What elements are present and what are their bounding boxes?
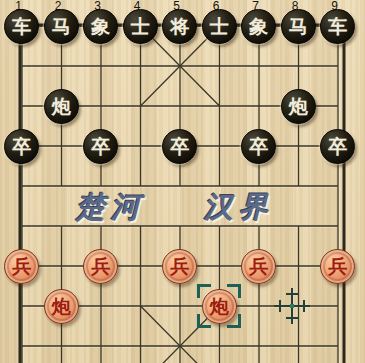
piece-black-soldier[interactable]: 卒 (83, 129, 118, 164)
piece-red-soldier[interactable]: 兵 (83, 249, 118, 284)
piece-black-soldier[interactable]: 卒 (162, 129, 197, 164)
piece-red-soldier[interactable]: 兵 (4, 249, 39, 284)
piece-black-elephant[interactable]: 象 (83, 9, 118, 44)
piece-black-advisor[interactable]: 士 (123, 9, 158, 44)
piece-black-elephant[interactable]: 象 (241, 9, 276, 44)
piece-black-general[interactable]: 将 (162, 9, 197, 44)
xiangqi-board[interactable]: 车马象士将士象马车炮炮卒卒卒卒卒兵兵兵兵兵炮炮车马相仕帅仕相马车 (2, 6, 358, 363)
piece-red-soldier[interactable]: 兵 (162, 249, 197, 284)
piece-red-cannon[interactable]: 炮 (202, 289, 237, 324)
piece-red-cannon[interactable]: 炮 (44, 289, 79, 324)
piece-black-horse[interactable]: 马 (44, 9, 79, 44)
piece-black-soldier[interactable]: 卒 (320, 129, 355, 164)
xiangqi-app: { "game": "xiangqi", "window": { "descri… (0, 0, 365, 363)
piece-black-horse[interactable]: 马 (281, 9, 316, 44)
crosshair-cursor (272, 286, 312, 326)
piece-black-cannon[interactable]: 炮 (281, 89, 316, 124)
piece-red-soldier[interactable]: 兵 (320, 249, 355, 284)
piece-black-advisor[interactable]: 士 (202, 9, 237, 44)
piece-black-cannon[interactable]: 炮 (44, 89, 79, 124)
piece-black-chariot[interactable]: 车 (320, 9, 355, 44)
piece-black-soldier[interactable]: 卒 (4, 129, 39, 164)
piece-black-chariot[interactable]: 车 (4, 9, 39, 44)
piece-red-soldier[interactable]: 兵 (241, 249, 276, 284)
piece-black-soldier[interactable]: 卒 (241, 129, 276, 164)
